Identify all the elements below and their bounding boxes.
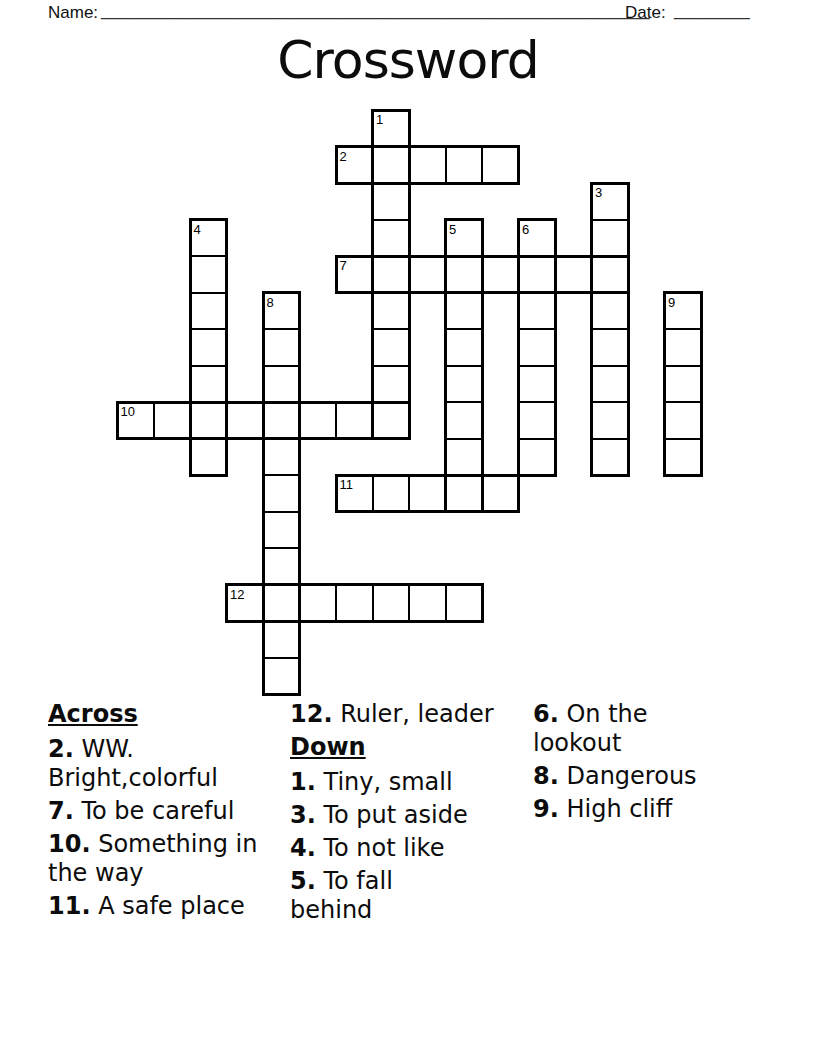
clue-text: Dangerous <box>559 762 697 790</box>
grid-cell[interactable] <box>335 255 374 294</box>
grid-cell[interactable] <box>262 657 301 696</box>
grid-cell[interactable] <box>372 255 411 294</box>
grid-cell[interactable] <box>335 146 374 185</box>
across-clue: 11. A safe place <box>48 892 298 921</box>
grid-cell[interactable] <box>299 584 338 623</box>
grid-cell[interactable] <box>262 328 301 367</box>
clue-list-number: 3. <box>290 801 316 829</box>
grid-cell[interactable] <box>591 292 630 331</box>
grid-cell[interactable] <box>335 584 374 623</box>
grid-cell[interactable] <box>262 584 301 623</box>
clue-text: To put aside <box>316 801 468 829</box>
clue-text: To not like <box>316 834 445 862</box>
grid-cell[interactable] <box>299 401 338 440</box>
grid-cell[interactable] <box>189 365 228 404</box>
grid-cell[interactable] <box>372 328 411 367</box>
down-clue: 1. Tiny, small <box>290 768 540 797</box>
clue-list-number: 8. <box>533 762 559 790</box>
clue-text: A safe place <box>91 892 245 920</box>
clue-list-number: 10. <box>48 830 91 858</box>
clue-list-number: 6. <box>533 700 559 728</box>
clue-list-number: 2. <box>48 735 74 763</box>
clues-column-1: Across2. WW. Bright,colorful7. To be car… <box>48 700 298 925</box>
name-label: Name: <box>48 3 98 23</box>
grid-cell[interactable] <box>481 146 520 185</box>
grid-cell[interactable] <box>189 438 228 477</box>
grid-cell[interactable] <box>262 438 301 477</box>
grid-cell[interactable] <box>335 401 374 440</box>
grid-cell[interactable] <box>116 401 155 440</box>
grid-cell[interactable] <box>664 292 703 331</box>
date-label: Date: <box>625 3 666 23</box>
grid-cell[interactable] <box>445 328 484 367</box>
grid-cell[interactable] <box>372 584 411 623</box>
grid-cell[interactable] <box>518 219 557 258</box>
clues-column-2: 12. Ruler, leaderDown1. Tiny, small3. To… <box>290 700 540 929</box>
across-clue: 7. To be careful <box>48 797 298 826</box>
down-clue: 4. To not like <box>290 834 540 863</box>
grid-cell[interactable] <box>445 584 484 623</box>
crossword-grid: 123456789101112 <box>117 110 701 694</box>
grid-cell[interactable] <box>189 401 228 440</box>
grid-cell[interactable] <box>226 401 265 440</box>
grid-cell[interactable] <box>445 365 484 404</box>
clue-list-number: 12. <box>290 700 333 728</box>
grid-cell[interactable] <box>262 292 301 331</box>
grid-cell[interactable] <box>518 255 557 294</box>
down-clue: 3. To put aside <box>290 801 540 830</box>
grid-cell[interactable] <box>262 474 301 513</box>
grid-cell[interactable] <box>518 438 557 477</box>
name-blank-line[interactable]: ________________________________________… <box>101 1 649 21</box>
clue-list-number: 4. <box>290 834 316 862</box>
grid-cell[interactable] <box>153 401 192 440</box>
down-clue: 6. On the lookout <box>533 700 793 758</box>
down-clue: 8. Dangerous <box>533 762 793 791</box>
grid-cell[interactable] <box>408 146 447 185</box>
grid-cell[interactable] <box>518 292 557 331</box>
grid-cell[interactable] <box>664 328 703 367</box>
date-blank-line[interactable]: ________ <box>674 1 750 21</box>
grid-cell[interactable] <box>372 219 411 258</box>
grid-cell[interactable] <box>335 474 374 513</box>
clue-list-number: 11. <box>48 892 91 920</box>
grid-cell[interactable] <box>591 328 630 367</box>
grid-cell[interactable] <box>372 146 411 185</box>
grid-cell[interactable] <box>372 401 411 440</box>
grid-cell[interactable] <box>445 292 484 331</box>
grid-cell[interactable] <box>591 255 630 294</box>
grid-cell[interactable] <box>189 219 228 258</box>
grid-cell[interactable] <box>189 328 228 367</box>
down-clue: 5. To fall behind <box>290 867 540 925</box>
grid-cell[interactable] <box>262 365 301 404</box>
grid-cell[interactable] <box>372 109 411 148</box>
grid-cell[interactable] <box>591 438 630 477</box>
down-heading: Down <box>290 733 540 762</box>
grid-cell[interactable] <box>591 365 630 404</box>
across-heading: Across <box>48 700 298 729</box>
grid-cell[interactable] <box>664 438 703 477</box>
grid-cell[interactable] <box>591 401 630 440</box>
grid-cell[interactable] <box>189 292 228 331</box>
grid-cell[interactable] <box>408 584 447 623</box>
worksheet-page: Name: __________________________________… <box>0 0 816 1056</box>
grid-cell[interactable] <box>226 584 265 623</box>
grid-cell[interactable] <box>372 474 411 513</box>
puzzle-title: Crossword <box>0 30 816 90</box>
grid-cell[interactable] <box>518 365 557 404</box>
down-clue: 9. High cliff <box>533 795 793 824</box>
grid-cell[interactable] <box>664 401 703 440</box>
across-clue: 2. WW. Bright,colorful <box>48 735 298 793</box>
clue-text: Ruler, leader <box>333 700 494 728</box>
grid-cell[interactable] <box>591 219 630 258</box>
grid-cell[interactable] <box>408 255 447 294</box>
grid-cell[interactable] <box>372 292 411 331</box>
clue-list-number: 7. <box>48 797 74 825</box>
clue-text: To be careful <box>74 797 235 825</box>
clue-list-number: 9. <box>533 795 559 823</box>
grid-cell[interactable] <box>445 438 484 477</box>
clue-text: Tiny, small <box>316 768 453 796</box>
grid-cell[interactable] <box>664 365 703 404</box>
grid-cell[interactable] <box>262 620 301 659</box>
clue-list-number: 1. <box>290 768 316 796</box>
across-clue: 12. Ruler, leader <box>290 700 540 729</box>
grid-cell[interactable] <box>262 511 301 550</box>
clue-text: WW. Bright,colorful <box>48 735 218 792</box>
grid-cell[interactable] <box>481 474 520 513</box>
grid-cell[interactable] <box>408 474 447 513</box>
grid-cell[interactable] <box>591 182 630 221</box>
grid-cell[interactable] <box>445 474 484 513</box>
clue-list-number: 5. <box>290 867 316 895</box>
grid-cell[interactable] <box>445 146 484 185</box>
clues-column-3: 6. On the lookout8. Dangerous9. High cli… <box>533 700 793 828</box>
grid-cell[interactable] <box>372 182 411 221</box>
grid-cell[interactable] <box>262 547 301 586</box>
grid-cell[interactable] <box>445 219 484 258</box>
grid-cell[interactable] <box>262 401 301 440</box>
grid-cell[interactable] <box>189 255 228 294</box>
grid-cell[interactable] <box>518 401 557 440</box>
across-clue: 10. Something in the way <box>48 830 298 888</box>
grid-cell[interactable] <box>554 255 593 294</box>
clue-text: High cliff <box>559 795 672 823</box>
grid-cell[interactable] <box>518 328 557 367</box>
grid-cell[interactable] <box>445 401 484 440</box>
grid-cell[interactable] <box>372 365 411 404</box>
grid-cell[interactable] <box>481 255 520 294</box>
grid-cell[interactable] <box>445 255 484 294</box>
